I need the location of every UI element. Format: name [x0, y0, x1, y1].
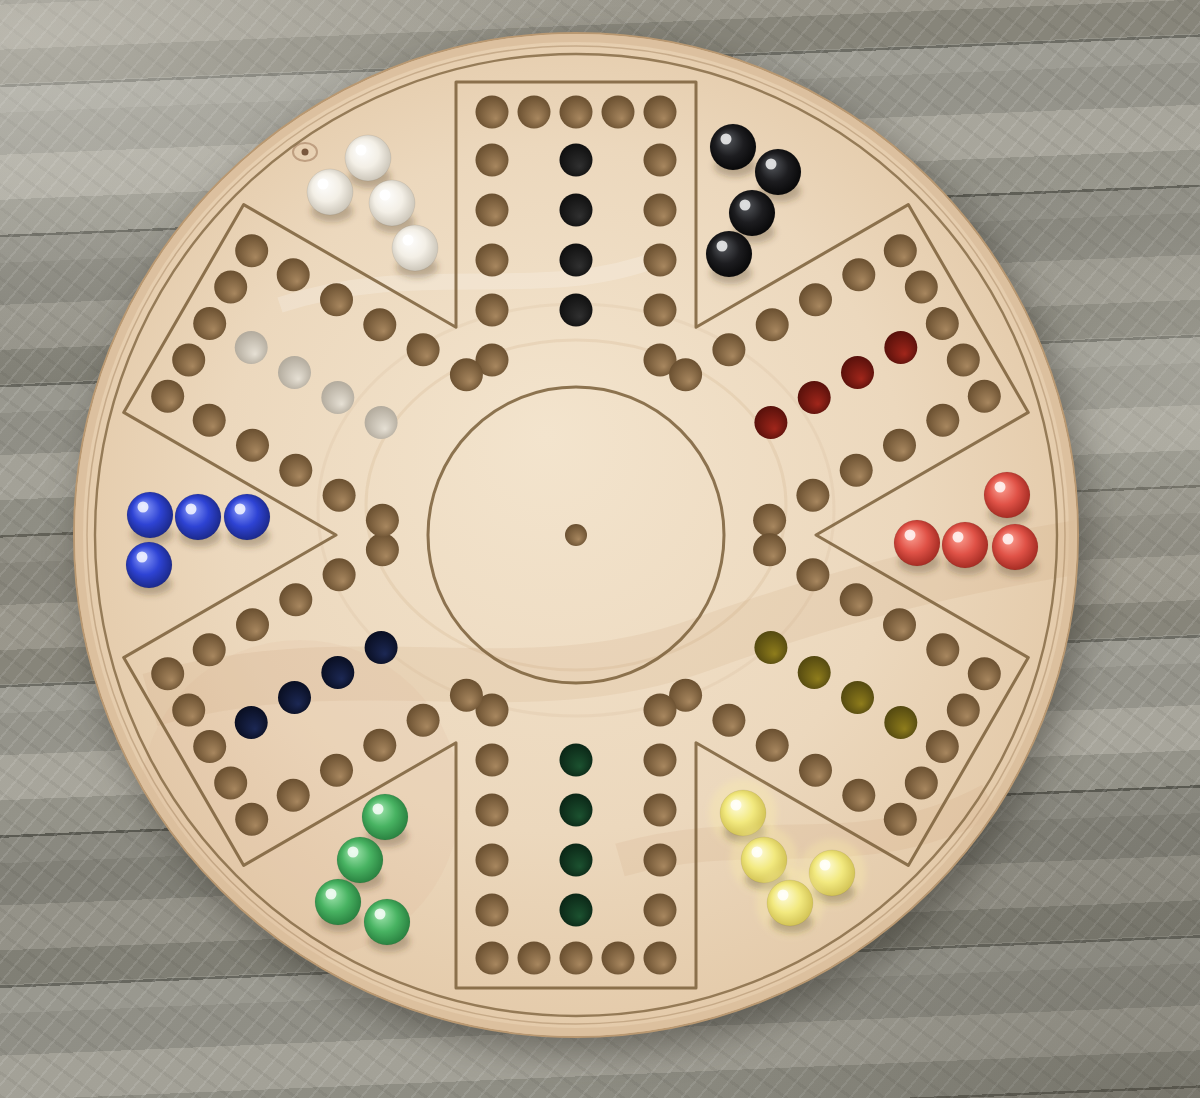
marble-red-3[interactable]: [942, 522, 988, 568]
track-hole-side: [926, 404, 959, 437]
track-hole-side: [842, 779, 875, 812]
marble-green-1[interactable]: [362, 794, 408, 840]
track-hole-side: [753, 504, 786, 537]
track-hole-side: [712, 333, 745, 366]
track-hole-end: [214, 271, 247, 304]
track-hole-side: [363, 308, 396, 341]
marble-highlight: [731, 800, 742, 811]
home-hole-red: [754, 406, 787, 439]
marble-green-4[interactable]: [364, 899, 410, 945]
track-hole-side: [644, 794, 677, 827]
home-hole-green: [560, 894, 593, 927]
marble-highlight: [953, 532, 964, 543]
marble-highlight: [380, 190, 391, 201]
track-hole-end: [235, 234, 268, 267]
home-hole-white: [235, 331, 268, 364]
track-hole-end: [151, 657, 184, 690]
track-hole-side: [756, 729, 789, 762]
track-hole-side: [926, 633, 959, 666]
home-hole-white: [321, 381, 354, 414]
marble-blue-1[interactable]: [127, 492, 173, 538]
home-hole-green: [560, 794, 593, 827]
track-hole-end: [968, 380, 1001, 413]
marble-highlight: [326, 889, 337, 900]
track-hole-side: [799, 283, 832, 316]
home-hole-yellow: [798, 656, 831, 689]
track-hole-end: [947, 343, 980, 376]
marble-highlight: [373, 804, 384, 815]
home-hole-green: [560, 844, 593, 877]
home-hole-red: [884, 331, 917, 364]
home-hole-black: [560, 294, 593, 327]
marble-white-4[interactable]: [392, 225, 438, 271]
marble-green-3[interactable]: [315, 879, 361, 925]
marble-highlight: [752, 847, 763, 858]
track-hole-end: [214, 766, 247, 799]
track-hole-end: [151, 380, 184, 413]
wood-knot: [302, 149, 309, 156]
track-hole-side: [366, 504, 399, 537]
track-hole-end: [968, 657, 1001, 690]
track-hole-end: [926, 307, 959, 340]
marble-highlight: [1003, 534, 1014, 545]
track-hole-end: [644, 96, 677, 129]
marble-black-4[interactable]: [706, 231, 752, 277]
track-hole-side: [476, 294, 509, 327]
track-hole-side: [712, 704, 745, 737]
track-hole-end: [476, 942, 509, 975]
marble-red-1[interactable]: [984, 472, 1030, 518]
track-hole-end: [926, 730, 959, 763]
marble-highlight: [717, 241, 728, 252]
track-hole-side: [644, 894, 677, 927]
home-hole-white: [365, 406, 398, 439]
track-hole-side: [366, 533, 399, 566]
track-hole-side: [669, 358, 702, 391]
marble-red-4[interactable]: [992, 524, 1038, 570]
track-hole-side: [796, 479, 829, 512]
home-hole-black: [560, 144, 593, 177]
track-hole-side: [476, 244, 509, 277]
track-hole-side: [883, 429, 916, 462]
track-hole-end: [193, 730, 226, 763]
track-hole-side: [323, 558, 356, 591]
marble-black-2[interactable]: [755, 149, 801, 195]
marble-white-1[interactable]: [345, 135, 391, 181]
track-hole-side: [236, 608, 269, 641]
track-hole-side: [644, 144, 677, 177]
track-hole-side: [756, 308, 789, 341]
track-hole-side: [193, 404, 226, 437]
track-hole-side: [277, 779, 310, 812]
track-hole-side: [799, 754, 832, 787]
marble-highlight: [318, 179, 329, 190]
track-hole-end: [602, 96, 635, 129]
home-hole-black: [560, 194, 593, 227]
track-hole-end: [518, 942, 551, 975]
track-hole-side: [279, 583, 312, 616]
marble-highlight: [375, 909, 386, 920]
marble-green-2[interactable]: [337, 837, 383, 883]
home-hole-black: [560, 244, 593, 277]
track-hole-side: [407, 333, 440, 366]
track-hole-end: [947, 694, 980, 727]
marble-white-2[interactable]: [307, 169, 353, 215]
marble-highlight: [766, 159, 777, 170]
track-hole-end: [905, 766, 938, 799]
track-hole-side: [407, 704, 440, 737]
track-hole-side: [644, 294, 677, 327]
track-hole-side: [450, 679, 483, 712]
track-hole-side: [644, 844, 677, 877]
marble-white-3[interactable]: [369, 180, 415, 226]
track-hole-side: [279, 454, 312, 487]
marble-highlight: [356, 145, 367, 156]
marble-highlight: [235, 504, 246, 515]
track-hole-end: [560, 942, 593, 975]
track-hole-end: [644, 942, 677, 975]
marble-black-3[interactable]: [729, 190, 775, 236]
track-hole-side: [883, 608, 916, 641]
marble-highlight: [820, 860, 831, 871]
aggravation-board: [0, 0, 1200, 1098]
track-hole-end: [560, 96, 593, 129]
track-hole-side: [363, 729, 396, 762]
track-hole-end: [193, 307, 226, 340]
track-hole-end: [476, 96, 509, 129]
track-hole-side: [320, 283, 353, 316]
track-hole-side: [476, 144, 509, 177]
track-hole-side: [644, 194, 677, 227]
center-hole: [565, 524, 587, 546]
track-hole-side: [323, 479, 356, 512]
track-hole-side: [450, 358, 483, 391]
track-hole-side: [476, 844, 509, 877]
track-hole-side: [842, 258, 875, 291]
marble-highlight: [905, 530, 916, 541]
track-hole-end: [884, 803, 917, 836]
track-hole-side: [277, 258, 310, 291]
home-hole-blue: [235, 706, 268, 739]
home-hole-blue: [321, 656, 354, 689]
marble-highlight: [403, 235, 414, 246]
track-hole-side: [320, 754, 353, 787]
track-hole-end: [518, 96, 551, 129]
marble-highlight: [186, 504, 197, 515]
track-hole-side: [753, 533, 786, 566]
marble-highlight: [348, 847, 359, 858]
marble-highlight: [778, 890, 789, 901]
track-hole-side: [476, 194, 509, 227]
marble-highlight: [138, 502, 149, 513]
track-hole-end: [172, 343, 205, 376]
track-hole-side: [644, 694, 677, 727]
track-hole-side: [644, 744, 677, 777]
track-hole-side: [476, 794, 509, 827]
track-hole-side: [840, 454, 873, 487]
track-hole-side: [840, 583, 873, 616]
track-hole-end: [602, 942, 635, 975]
home-hole-green: [560, 744, 593, 777]
home-hole-blue: [365, 631, 398, 664]
home-hole-blue: [278, 681, 311, 714]
home-hole-red: [798, 381, 831, 414]
home-hole-yellow: [884, 706, 917, 739]
track-hole-side: [476, 744, 509, 777]
home-hole-yellow: [754, 631, 787, 664]
track-hole-side: [236, 429, 269, 462]
marble-blue-2[interactable]: [175, 494, 221, 540]
marble-highlight: [137, 552, 148, 563]
marble-black-1[interactable]: [710, 124, 756, 170]
marble-blue-3[interactable]: [224, 494, 270, 540]
marble-highlight: [995, 482, 1006, 493]
home-hole-white: [278, 356, 311, 389]
marble-yellow-4[interactable]: [767, 880, 813, 926]
track-hole-side: [476, 894, 509, 927]
home-hole-yellow: [841, 681, 874, 714]
track-hole-side: [644, 244, 677, 277]
marble-blue-4[interactable]: [126, 542, 172, 588]
track-hole-end: [884, 234, 917, 267]
marble-highlight: [740, 200, 751, 211]
marble-red-2[interactable]: [894, 520, 940, 566]
track-hole-end: [905, 271, 938, 304]
track-hole-end: [172, 694, 205, 727]
track-hole-side: [193, 633, 226, 666]
track-hole-side: [796, 558, 829, 591]
track-hole-end: [235, 803, 268, 836]
home-hole-red: [841, 356, 874, 389]
marble-highlight: [721, 134, 732, 145]
